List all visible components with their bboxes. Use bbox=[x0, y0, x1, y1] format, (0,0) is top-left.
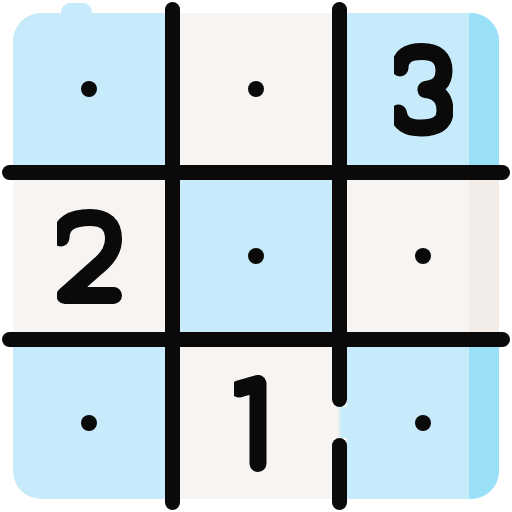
gridline-gap-fill bbox=[332, 407, 347, 438]
empty-cell-dot bbox=[248, 248, 264, 264]
sudoku-cell-r1c2[interactable] bbox=[180, 13, 332, 165]
grid-line-vertical-1 bbox=[165, 2, 180, 510]
digit-1-glyph bbox=[234, 375, 269, 472]
sudoku-cell-r3c3[interactable] bbox=[347, 347, 499, 499]
sudoku-cell-r1c3[interactable] bbox=[347, 13, 499, 165]
empty-cell-dot bbox=[81, 415, 97, 431]
grid-line-horizontal-1 bbox=[2, 165, 510, 180]
sudoku-cell-r2c3[interactable] bbox=[347, 180, 499, 332]
digit-2-glyph bbox=[57, 209, 122, 304]
cell-edge-shading bbox=[469, 347, 499, 499]
sudoku-cell-r2c2[interactable] bbox=[180, 180, 332, 332]
paper-tab-notch bbox=[61, 3, 92, 28]
empty-cell-dot bbox=[415, 248, 431, 264]
sudoku-icon bbox=[0, 0, 512, 512]
sudoku-cell-r3c2[interactable] bbox=[180, 347, 332, 499]
sudoku-cell-r3c1[interactable] bbox=[13, 347, 165, 499]
sudoku-board bbox=[13, 13, 499, 499]
cell-edge-shading bbox=[469, 180, 499, 332]
empty-cell-dot bbox=[81, 81, 97, 97]
grid-line-vertical-2-lower-segment bbox=[332, 438, 347, 510]
sudoku-cell-r1c1[interactable] bbox=[13, 13, 165, 165]
cell-edge-shading bbox=[469, 13, 499, 165]
digit-3-glyph bbox=[394, 42, 453, 137]
grid-line-horizontal-2 bbox=[2, 332, 510, 347]
empty-cell-dot bbox=[248, 81, 264, 97]
empty-cell-dot bbox=[415, 415, 431, 431]
sudoku-cell-r2c1[interactable] bbox=[13, 180, 165, 332]
